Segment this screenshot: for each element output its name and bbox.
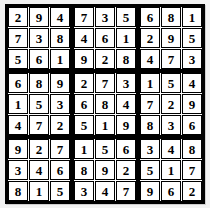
- sudoku-cell-r4c6[interactable]: 3: [116, 73, 136, 93]
- sudoku-cell-r8c4[interactable]: 8: [74, 160, 94, 180]
- sudoku-cell-r1c7[interactable]: 6: [140, 7, 160, 27]
- sudoku-cell-r8c1[interactable]: 3: [8, 160, 28, 180]
- sudoku-cell-r3c8[interactable]: 7: [161, 49, 181, 69]
- sudoku-board: 2947385617354619286812954736891534722736…: [5, 4, 205, 204]
- sudoku-cell-r2c3[interactable]: 8: [50, 28, 70, 48]
- sudoku-cell-r8c5[interactable]: 9: [95, 160, 115, 180]
- sudoku-cell-r4c3[interactable]: 9: [50, 73, 70, 93]
- sudoku-cell-r7c4[interactable]: 1: [74, 139, 94, 159]
- sudoku-cell-r2c5[interactable]: 6: [95, 28, 115, 48]
- sudoku-cell-r1c6[interactable]: 5: [116, 7, 136, 27]
- sudoku-cell-r8c2[interactable]: 4: [29, 160, 49, 180]
- sudoku-box-r2c3: 154729836: [140, 73, 202, 135]
- sudoku-cell-r1c2[interactable]: 9: [29, 7, 49, 27]
- sudoku-cell-r6c5[interactable]: 1: [95, 115, 115, 135]
- sudoku-cell-r8c6[interactable]: 2: [116, 160, 136, 180]
- sudoku-cell-r2c8[interactable]: 9: [161, 28, 181, 48]
- sudoku-cell-r9c4[interactable]: 3: [74, 181, 94, 201]
- sudoku-cell-r2c7[interactable]: 2: [140, 28, 160, 48]
- sudoku-cell-r8c3[interactable]: 6: [50, 160, 70, 180]
- sudoku-cell-r3c6[interactable]: 8: [116, 49, 136, 69]
- sudoku-cell-r9c7[interactable]: 9: [140, 181, 160, 201]
- sudoku-cell-r2c4[interactable]: 4: [74, 28, 94, 48]
- sudoku-cell-r5c7[interactable]: 7: [140, 94, 160, 114]
- sudoku-cell-r8c9[interactable]: 7: [182, 160, 202, 180]
- sudoku-cell-r9c8[interactable]: 6: [161, 181, 181, 201]
- sudoku-cell-r1c5[interactable]: 3: [95, 7, 115, 27]
- sudoku-cell-r7c5[interactable]: 5: [95, 139, 115, 159]
- sudoku-cell-r9c1[interactable]: 8: [8, 181, 28, 201]
- sudoku-cell-r7c1[interactable]: 9: [8, 139, 28, 159]
- sudoku-cell-r4c4[interactable]: 2: [74, 73, 94, 93]
- sudoku-cell-r6c7[interactable]: 8: [140, 115, 160, 135]
- sudoku-box-r3c3: 348517962: [140, 139, 202, 201]
- sudoku-cell-r3c9[interactable]: 3: [182, 49, 202, 69]
- sudoku-cell-r1c4[interactable]: 7: [74, 7, 94, 27]
- sudoku-cell-r5c4[interactable]: 6: [74, 94, 94, 114]
- sudoku-cell-r1c9[interactable]: 1: [182, 7, 202, 27]
- sudoku-cell-r3c2[interactable]: 6: [29, 49, 49, 69]
- sudoku-cell-r7c3[interactable]: 7: [50, 139, 70, 159]
- sudoku-cell-r5c5[interactable]: 8: [95, 94, 115, 114]
- sudoku-cell-r6c3[interactable]: 2: [50, 115, 70, 135]
- sudoku-cell-r4c8[interactable]: 5: [161, 73, 181, 93]
- sudoku-cell-r3c7[interactable]: 4: [140, 49, 160, 69]
- sudoku-cell-r6c8[interactable]: 3: [161, 115, 181, 135]
- sudoku-box-r1c3: 681295473: [140, 7, 202, 69]
- sudoku-cell-r3c5[interactable]: 2: [95, 49, 115, 69]
- sudoku-cell-r9c2[interactable]: 1: [29, 181, 49, 201]
- sudoku-cell-r4c1[interactable]: 6: [8, 73, 28, 93]
- sudoku-cell-r9c9[interactable]: 2: [182, 181, 202, 201]
- sudoku-cell-r4c5[interactable]: 7: [95, 73, 115, 93]
- sudoku-cell-r7c9[interactable]: 8: [182, 139, 202, 159]
- sudoku-box-r1c2: 735461928: [74, 7, 136, 69]
- sudoku-box-r2c2: 273684519: [74, 73, 136, 135]
- sudoku-cell-r6c2[interactable]: 7: [29, 115, 49, 135]
- sudoku-cell-r4c2[interactable]: 8: [29, 73, 49, 93]
- sudoku-cell-r5c8[interactable]: 2: [161, 94, 181, 114]
- sudoku-cell-r5c1[interactable]: 1: [8, 94, 28, 114]
- sudoku-cell-r9c3[interactable]: 5: [50, 181, 70, 201]
- sudoku-cell-r3c3[interactable]: 1: [50, 49, 70, 69]
- sudoku-cell-r9c5[interactable]: 4: [95, 181, 115, 201]
- sudoku-cell-r7c6[interactable]: 6: [116, 139, 136, 159]
- sudoku-cell-r6c9[interactable]: 6: [182, 115, 202, 135]
- sudoku-cell-r6c1[interactable]: 4: [8, 115, 28, 135]
- sudoku-box-r3c1: 927346815: [8, 139, 70, 201]
- sudoku-cell-r1c1[interactable]: 2: [8, 7, 28, 27]
- sudoku-cell-r2c1[interactable]: 7: [8, 28, 28, 48]
- sudoku-cell-r5c6[interactable]: 4: [116, 94, 136, 114]
- sudoku-cell-r2c2[interactable]: 3: [29, 28, 49, 48]
- sudoku-cell-r8c7[interactable]: 5: [140, 160, 160, 180]
- sudoku-cell-r4c7[interactable]: 1: [140, 73, 160, 93]
- sudoku-cell-r1c8[interactable]: 8: [161, 7, 181, 27]
- sudoku-cell-r2c6[interactable]: 1: [116, 28, 136, 48]
- sudoku-cell-r2c9[interactable]: 5: [182, 28, 202, 48]
- sudoku-cell-r7c8[interactable]: 4: [161, 139, 181, 159]
- sudoku-cell-r6c6[interactable]: 9: [116, 115, 136, 135]
- sudoku-cell-r7c7[interactable]: 3: [140, 139, 160, 159]
- sudoku-cell-r4c9[interactable]: 4: [182, 73, 202, 93]
- sudoku-cell-r8c8[interactable]: 1: [161, 160, 181, 180]
- sudoku-cell-r5c3[interactable]: 3: [50, 94, 70, 114]
- sudoku-cell-r9c6[interactable]: 7: [116, 181, 136, 201]
- sudoku-cell-r5c9[interactable]: 9: [182, 94, 202, 114]
- sudoku-cell-r1c3[interactable]: 4: [50, 7, 70, 27]
- sudoku-box-r2c1: 689153472: [8, 73, 70, 135]
- sudoku-box-r3c2: 156892347: [74, 139, 136, 201]
- sudoku-cell-r7c2[interactable]: 2: [29, 139, 49, 159]
- sudoku-box-r1c1: 294738561: [8, 7, 70, 69]
- sudoku-cell-r3c1[interactable]: 5: [8, 49, 28, 69]
- sudoku-cell-r6c4[interactable]: 5: [74, 115, 94, 135]
- sudoku-cell-r5c2[interactable]: 5: [29, 94, 49, 114]
- sudoku-cell-r3c4[interactable]: 9: [74, 49, 94, 69]
